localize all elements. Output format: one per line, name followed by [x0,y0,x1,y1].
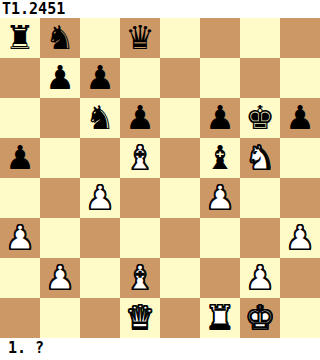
square-a2[interactable] [0,258,40,298]
square-a6[interactable] [0,98,40,138]
square-a3[interactable]: ♟ [0,218,40,258]
black-pawn-piece: ♟ [205,98,235,138]
square-d8[interactable]: ♛ [120,18,160,58]
square-f8[interactable] [200,18,240,58]
white-pawn-piece: ♟ [45,258,75,298]
square-g2[interactable]: ♟ [240,258,280,298]
square-f4[interactable]: ♟ [200,178,240,218]
square-h5[interactable] [280,138,320,178]
square-e7[interactable] [160,58,200,98]
white-pawn-piece: ♟ [5,218,35,258]
square-h2[interactable] [280,258,320,298]
black-pawn-piece: ♟ [125,98,155,138]
chess-board: ♜♞♛♟♟♞♟♟♚♟♟♝♝♞♟♟♟♟♟♝♟♛♜♚ [0,18,320,338]
square-a5[interactable]: ♟ [0,138,40,178]
square-d5[interactable]: ♝ [120,138,160,178]
square-h6[interactable]: ♟ [280,98,320,138]
square-e8[interactable] [160,18,200,58]
square-f1[interactable]: ♜ [200,298,240,338]
square-b6[interactable] [40,98,80,138]
square-g8[interactable] [240,18,280,58]
square-a8[interactable]: ♜ [0,18,40,58]
square-g1[interactable]: ♚ [240,298,280,338]
square-g6[interactable]: ♚ [240,98,280,138]
square-h7[interactable] [280,58,320,98]
square-e3[interactable] [160,218,200,258]
move-prompt: 1. ? [0,338,320,360]
white-king-piece: ♚ [245,298,275,338]
square-a4[interactable] [0,178,40,218]
square-g5[interactable]: ♞ [240,138,280,178]
white-pawn-piece: ♟ [85,178,115,218]
chess-puzzle-page: T1.2451 ♜♞♛♟♟♞♟♟♚♟♟♝♝♞♟♟♟♟♟♝♟♛♜♚ 1. ? [0,0,320,360]
white-pawn-piece: ♟ [205,178,235,218]
square-b2[interactable]: ♟ [40,258,80,298]
square-d2[interactable]: ♝ [120,258,160,298]
square-c1[interactable] [80,298,120,338]
black-rook-piece: ♜ [5,18,35,58]
square-e6[interactable] [160,98,200,138]
black-queen-piece: ♛ [125,18,155,58]
black-knight-piece: ♞ [45,18,75,58]
square-c5[interactable] [80,138,120,178]
square-c8[interactable] [80,18,120,58]
white-queen-piece: ♛ [125,298,155,338]
white-bishop-piece: ♝ [125,258,155,298]
square-f6[interactable]: ♟ [200,98,240,138]
square-b4[interactable] [40,178,80,218]
square-d4[interactable] [120,178,160,218]
square-d1[interactable]: ♛ [120,298,160,338]
square-g7[interactable] [240,58,280,98]
white-knight-piece: ♞ [245,138,275,178]
black-pawn-piece: ♟ [85,58,115,98]
square-c2[interactable] [80,258,120,298]
white-rook-piece: ♜ [205,298,235,338]
square-h1[interactable] [280,298,320,338]
square-f3[interactable] [200,218,240,258]
square-d3[interactable] [120,218,160,258]
square-a1[interactable] [0,298,40,338]
square-c3[interactable] [80,218,120,258]
black-king-piece: ♚ [245,98,275,138]
white-pawn-piece: ♟ [245,258,275,298]
black-bishop-piece: ♝ [205,138,235,178]
square-e4[interactable] [160,178,200,218]
square-c7[interactable]: ♟ [80,58,120,98]
square-e5[interactable] [160,138,200,178]
white-bishop-piece: ♝ [125,138,155,178]
square-a7[interactable] [0,58,40,98]
square-c4[interactable]: ♟ [80,178,120,218]
square-b5[interactable] [40,138,80,178]
black-pawn-piece: ♟ [285,98,315,138]
square-e2[interactable] [160,258,200,298]
square-h3[interactable]: ♟ [280,218,320,258]
square-f5[interactable]: ♝ [200,138,240,178]
square-h4[interactable] [280,178,320,218]
square-d6[interactable]: ♟ [120,98,160,138]
square-b3[interactable] [40,218,80,258]
square-d7[interactable] [120,58,160,98]
square-e1[interactable] [160,298,200,338]
white-pawn-piece: ♟ [285,218,315,258]
black-pawn-piece: ♟ [5,138,35,178]
black-pawn-piece: ♟ [45,58,75,98]
square-b1[interactable] [40,298,80,338]
puzzle-id-label: T1.2451 [0,0,320,18]
black-knight-piece: ♞ [85,98,115,138]
square-b8[interactable]: ♞ [40,18,80,58]
square-b7[interactable]: ♟ [40,58,80,98]
square-f2[interactable] [200,258,240,298]
square-c6[interactable]: ♞ [80,98,120,138]
square-f7[interactable] [200,58,240,98]
square-g3[interactable] [240,218,280,258]
square-g4[interactable] [240,178,280,218]
square-h8[interactable] [280,18,320,58]
